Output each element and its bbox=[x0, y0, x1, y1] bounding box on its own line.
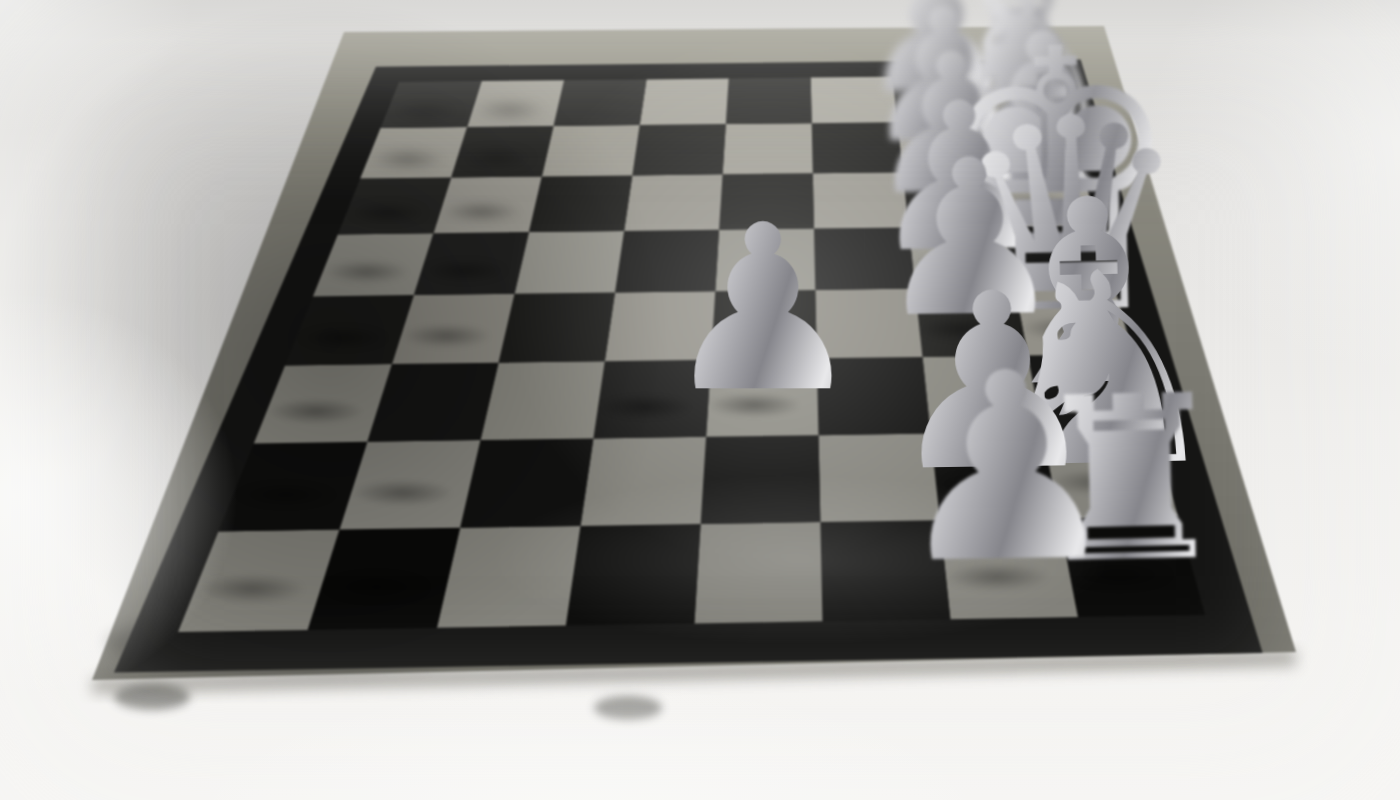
chess-photo-scene: ♜♞♝♛♚♝♞♜♟♟♟♟♟♟♟♟♜♞♝♛♚♝♞♜♟♟♟♟♟♟♟♟ bbox=[0, 0, 1400, 800]
piece-black-pawn-c5: ♟ bbox=[550, 194, 758, 425]
piece-black-rook-a8: ♜ bbox=[154, 372, 369, 610]
piece-white-pawn-a2: ♟ bbox=[889, 337, 1125, 599]
pieces-layer: ♜♞♝♛♚♝♞♜♟♟♟♟♟♟♟♟♜♞♝♛♚♝♞♜♟♟♟♟♟♟♟♟ bbox=[0, 0, 1400, 800]
